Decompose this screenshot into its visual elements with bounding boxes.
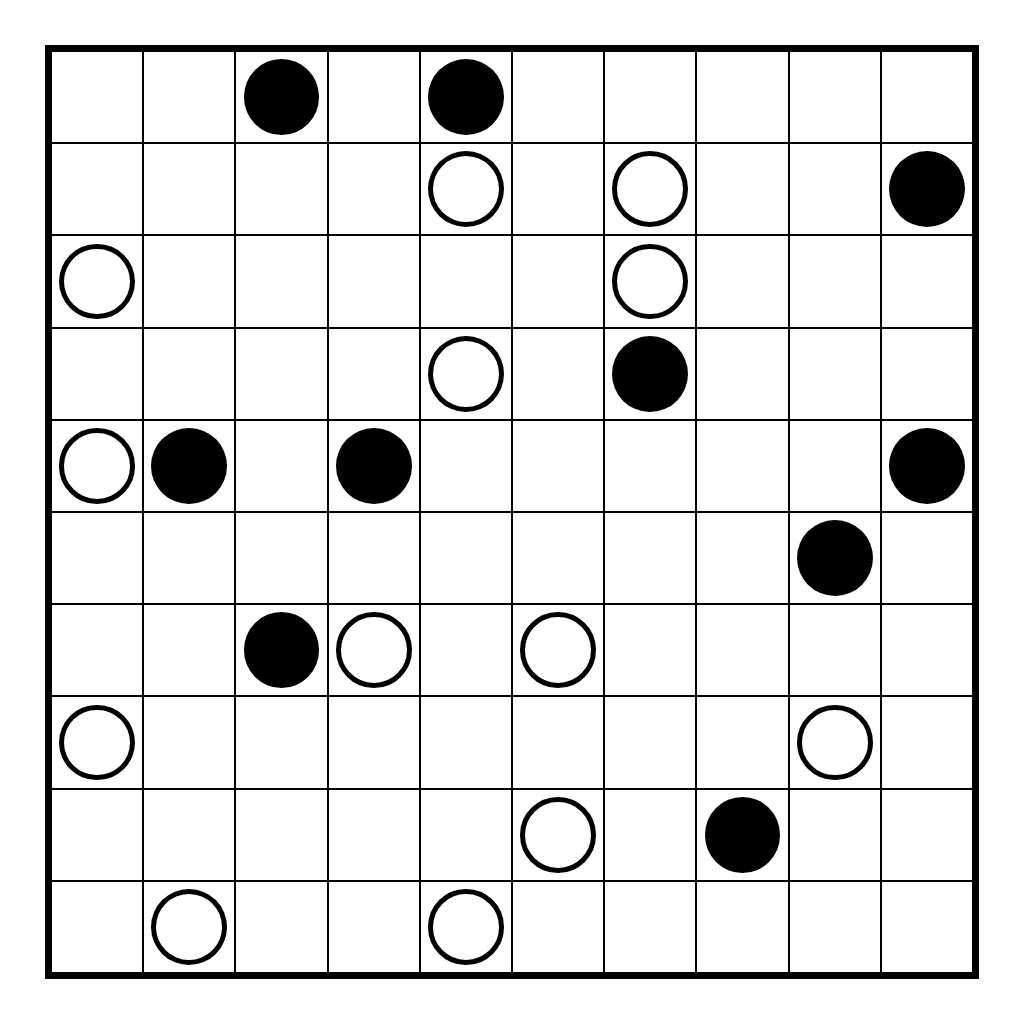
cell-r4c2[interactable] [143, 328, 235, 420]
cell-r8c7[interactable] [604, 696, 696, 788]
cell-r7c10[interactable] [881, 604, 973, 696]
cell-r9c2[interactable] [143, 789, 235, 881]
cell-r3c10[interactable] [881, 235, 973, 327]
cell-r5c9[interactable] [789, 420, 881, 512]
cell-r10c5[interactable] [420, 881, 512, 973]
black-pearl-icon [889, 428, 965, 504]
cell-r1c9[interactable] [789, 51, 881, 143]
cell-r7c2[interactable] [143, 604, 235, 696]
cell-r3c4[interactable] [328, 235, 420, 327]
cell-r6c4[interactable] [328, 512, 420, 604]
cell-r1c6[interactable] [512, 51, 604, 143]
cell-r4c6[interactable] [512, 328, 604, 420]
black-pearl-icon [151, 428, 227, 504]
cell-r6c7[interactable] [604, 512, 696, 604]
cell-r2c6[interactable] [512, 143, 604, 235]
cell-r6c2[interactable] [143, 512, 235, 604]
cell-r2c2[interactable] [143, 143, 235, 235]
white-pearl-icon [59, 705, 135, 781]
cell-r3c1[interactable] [51, 235, 143, 327]
white-pearl-icon [336, 612, 412, 688]
cell-r5c3[interactable] [235, 420, 327, 512]
cell-r8c10[interactable] [881, 696, 973, 788]
cell-r8c9[interactable] [789, 696, 881, 788]
cell-r4c1[interactable] [51, 328, 143, 420]
cell-r7c6[interactable] [512, 604, 604, 696]
cell-r1c7[interactable] [604, 51, 696, 143]
cell-r3c5[interactable] [420, 235, 512, 327]
white-pearl-icon [428, 151, 504, 227]
cell-r2c1[interactable] [51, 143, 143, 235]
black-pearl-icon [705, 797, 781, 873]
cell-r4c8[interactable] [696, 328, 788, 420]
cell-r9c4[interactable] [328, 789, 420, 881]
cell-r7c9[interactable] [789, 604, 881, 696]
cell-r9c3[interactable] [235, 789, 327, 881]
cell-r9c7[interactable] [604, 789, 696, 881]
white-pearl-icon [612, 151, 688, 227]
white-pearl-icon [59, 244, 135, 320]
cell-r9c9[interactable] [789, 789, 881, 881]
white-pearl-icon [59, 428, 135, 504]
cell-r8c2[interactable] [143, 696, 235, 788]
cell-r9c10[interactable] [881, 789, 973, 881]
cell-r4c7[interactable] [604, 328, 696, 420]
black-pearl-icon [428, 59, 504, 135]
cell-r3c8[interactable] [696, 235, 788, 327]
cell-r3c9[interactable] [789, 235, 881, 327]
white-pearl-icon [612, 244, 688, 320]
cell-r10c3[interactable] [235, 881, 327, 973]
white-pearl-icon [520, 797, 596, 873]
black-pearl-icon [797, 520, 873, 596]
cell-r6c8[interactable] [696, 512, 788, 604]
cell-r8c3[interactable] [235, 696, 327, 788]
cell-r3c3[interactable] [235, 235, 327, 327]
masyu-board [45, 45, 979, 979]
cell-r7c8[interactable] [696, 604, 788, 696]
cell-r10c10[interactable] [881, 881, 973, 973]
black-pearl-icon [244, 59, 320, 135]
white-pearl-icon [151, 889, 227, 965]
cell-r5c6[interactable] [512, 420, 604, 512]
cell-r3c7[interactable] [604, 235, 696, 327]
white-pearl-icon [797, 705, 873, 781]
cell-r6c10[interactable] [881, 512, 973, 604]
cell-r1c3[interactable] [235, 51, 327, 143]
cell-r9c1[interactable] [51, 789, 143, 881]
cell-r8c6[interactable] [512, 696, 604, 788]
cell-r4c9[interactable] [789, 328, 881, 420]
cell-r6c5[interactable] [420, 512, 512, 604]
black-pearl-icon [889, 151, 965, 227]
cell-r2c5[interactable] [420, 143, 512, 235]
cell-r1c10[interactable] [881, 51, 973, 143]
cell-r2c8[interactable] [696, 143, 788, 235]
black-pearl-icon [612, 336, 688, 412]
cell-r1c4[interactable] [328, 51, 420, 143]
cell-r5c2[interactable] [143, 420, 235, 512]
cell-r1c2[interactable] [143, 51, 235, 143]
cell-r8c8[interactable] [696, 696, 788, 788]
cell-r8c4[interactable] [328, 696, 420, 788]
cell-r6c3[interactable] [235, 512, 327, 604]
cell-r3c2[interactable] [143, 235, 235, 327]
cell-r7c3[interactable] [235, 604, 327, 696]
cell-r10c8[interactable] [696, 881, 788, 973]
cell-r6c1[interactable] [51, 512, 143, 604]
cell-r5c1[interactable] [51, 420, 143, 512]
black-pearl-icon [336, 428, 412, 504]
cell-r6c6[interactable] [512, 512, 604, 604]
cell-r2c4[interactable] [328, 143, 420, 235]
cell-r10c6[interactable] [512, 881, 604, 973]
cell-r5c5[interactable] [420, 420, 512, 512]
cell-r10c7[interactable] [604, 881, 696, 973]
cell-r5c10[interactable] [881, 420, 973, 512]
cell-r5c8[interactable] [696, 420, 788, 512]
white-pearl-icon [520, 612, 596, 688]
cell-r10c4[interactable] [328, 881, 420, 973]
cell-r8c5[interactable] [420, 696, 512, 788]
white-pearl-icon [428, 336, 504, 412]
cell-r2c3[interactable] [235, 143, 327, 235]
cell-r1c8[interactable] [696, 51, 788, 143]
cell-r2c10[interactable] [881, 143, 973, 235]
cell-r7c7[interactable] [604, 604, 696, 696]
cell-r4c5[interactable] [420, 328, 512, 420]
cell-r1c5[interactable] [420, 51, 512, 143]
cell-r10c2[interactable] [143, 881, 235, 973]
black-pearl-icon [244, 612, 320, 688]
cell-r10c1[interactable] [51, 881, 143, 973]
cell-r4c4[interactable] [328, 328, 420, 420]
cell-r7c1[interactable] [51, 604, 143, 696]
cell-r3c6[interactable] [512, 235, 604, 327]
cell-r9c5[interactable] [420, 789, 512, 881]
cell-r1c1[interactable] [51, 51, 143, 143]
cell-r9c8[interactable] [696, 789, 788, 881]
cell-r7c4[interactable] [328, 604, 420, 696]
cell-r10c9[interactable] [789, 881, 881, 973]
cell-r9c6[interactable] [512, 789, 604, 881]
cell-r5c4[interactable] [328, 420, 420, 512]
cell-r5c7[interactable] [604, 420, 696, 512]
cell-r6c9[interactable] [789, 512, 881, 604]
cell-r2c7[interactable] [604, 143, 696, 235]
white-pearl-icon [428, 889, 504, 965]
cell-r4c3[interactable] [235, 328, 327, 420]
cell-r7c5[interactable] [420, 604, 512, 696]
cell-r4c10[interactable] [881, 328, 973, 420]
puzzle-page [0, 0, 1024, 1024]
cell-r8c1[interactable] [51, 696, 143, 788]
cell-r2c9[interactable] [789, 143, 881, 235]
